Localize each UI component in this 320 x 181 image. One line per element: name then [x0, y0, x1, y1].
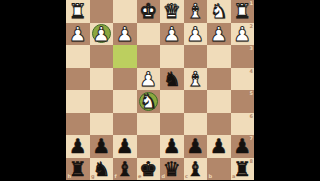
square-e3[interactable]	[137, 45, 161, 68]
piece-white-pawn[interactable]: ♟	[186, 24, 204, 44]
square-f6[interactable]	[113, 113, 137, 136]
square-a4[interactable]: 4	[231, 68, 255, 91]
piece-black-pawn[interactable]: ♟	[186, 136, 204, 156]
square-g2[interactable]: ♟	[90, 23, 114, 46]
piece-black-pawn[interactable]: ♟	[69, 136, 87, 156]
square-e7[interactable]	[137, 135, 161, 158]
square-c5[interactable]	[184, 90, 208, 113]
square-e4[interactable]: ♟	[137, 68, 161, 91]
square-d4[interactable]: ♞	[160, 68, 184, 91]
square-c7[interactable]: ♟	[184, 135, 208, 158]
square-e8[interactable]: ♚e	[137, 158, 161, 181]
square-a5[interactable]: 5	[231, 90, 255, 113]
piece-white-knight[interactable]: ♞	[210, 1, 228, 21]
piece-white-pawn[interactable]: ♟	[92, 24, 110, 44]
rank-label-8: 8	[250, 159, 253, 164]
piece-white-queen[interactable]: ♛	[163, 1, 181, 21]
square-b3[interactable]	[207, 45, 231, 68]
square-f3[interactable]	[113, 45, 137, 68]
square-f5[interactable]	[113, 90, 137, 113]
square-b8[interactable]: b	[207, 158, 231, 181]
rank-label-2: 2	[250, 24, 253, 29]
piece-white-pawn[interactable]: ♟	[233, 24, 251, 44]
file-label-c: c	[185, 174, 188, 179]
letterbox-left	[0, 0, 66, 180]
piece-black-queen[interactable]: ♛	[163, 159, 181, 179]
square-f7[interactable]: ♟	[113, 135, 137, 158]
square-h8[interactable]: ♜h	[66, 158, 90, 181]
square-d3[interactable]	[160, 45, 184, 68]
square-g8[interactable]: ♞g	[90, 158, 114, 181]
square-d8[interactable]: ♛d	[160, 158, 184, 181]
square-f2[interactable]: ♟	[113, 23, 137, 46]
square-c3[interactable]	[184, 45, 208, 68]
piece-white-pawn[interactable]: ♟	[69, 24, 87, 44]
rank-label-7: 7	[250, 136, 253, 141]
square-h7[interactable]: ♟	[66, 135, 90, 158]
piece-black-bishop[interactable]: ♝	[116, 159, 134, 179]
rank-label-5: 5	[250, 91, 253, 96]
piece-black-king[interactable]: ♚	[139, 159, 157, 179]
square-d6[interactable]	[160, 113, 184, 136]
square-b6[interactable]	[207, 113, 231, 136]
square-b2[interactable]: ♟	[207, 23, 231, 46]
file-label-e: e	[138, 174, 141, 179]
piece-white-pawn[interactable]: ♟	[163, 24, 181, 44]
square-a3[interactable]: 3	[231, 45, 255, 68]
square-b4[interactable]	[207, 68, 231, 91]
file-label-d: d	[162, 174, 166, 179]
rank-label-6: 6	[250, 114, 253, 119]
piece-white-bishop[interactable]: ♝	[186, 1, 204, 21]
file-label-g: g	[91, 174, 95, 179]
piece-white-king[interactable]: ♚	[139, 1, 157, 21]
square-e1[interactable]: ♚	[137, 0, 161, 23]
square-c4[interactable]: ♝	[184, 68, 208, 91]
square-e6[interactable]	[137, 113, 161, 136]
piece-black-pawn[interactable]: ♟	[210, 136, 228, 156]
square-e2[interactable]	[137, 23, 161, 46]
piece-white-knight[interactable]: ♞	[139, 91, 157, 111]
square-h3[interactable]	[66, 45, 90, 68]
file-label-h: h	[68, 174, 72, 179]
piece-black-pawn[interactable]: ♟	[233, 136, 251, 156]
square-g6[interactable]	[90, 113, 114, 136]
square-b7[interactable]: ♟	[207, 135, 231, 158]
square-b1[interactable]: ♞	[207, 0, 231, 23]
piece-black-pawn[interactable]: ♟	[163, 136, 181, 156]
square-d2[interactable]: ♟	[160, 23, 184, 46]
file-label-f: f	[115, 174, 117, 179]
square-e5[interactable]: ♞	[137, 90, 161, 113]
square-h5[interactable]	[66, 90, 90, 113]
square-c8[interactable]: ♝c	[184, 158, 208, 181]
square-c6[interactable]	[184, 113, 208, 136]
square-c1[interactable]: ♝	[184, 0, 208, 23]
chess-board: ♜♚♛♝♞♜1♟♟♟♟♟♟♟23♟♞♝4♞56♟♟♟♟♟♟♟7♜h♞g♝f♚e♛…	[66, 0, 254, 180]
piece-black-pawn[interactable]: ♟	[116, 136, 134, 156]
piece-black-pawn[interactable]: ♟	[92, 136, 110, 156]
square-h6[interactable]	[66, 113, 90, 136]
piece-white-pawn[interactable]: ♟	[116, 24, 134, 44]
piece-white-rook[interactable]: ♜	[233, 1, 251, 21]
square-d7[interactable]: ♟	[160, 135, 184, 158]
square-c2[interactable]: ♟	[184, 23, 208, 46]
rank-label-1: 1	[250, 1, 253, 6]
piece-white-bishop[interactable]: ♝	[186, 69, 204, 89]
square-f8[interactable]: ♝f	[113, 158, 137, 181]
square-g5[interactable]	[90, 90, 114, 113]
file-label-a: a	[232, 174, 235, 179]
square-b5[interactable]	[207, 90, 231, 113]
rank-label-4: 4	[250, 69, 253, 74]
square-f1[interactable]	[113, 0, 137, 23]
square-a2[interactable]: ♟2	[231, 23, 255, 46]
piece-black-rook[interactable]: ♜	[233, 159, 251, 179]
square-a1[interactable]: ♜1	[231, 0, 255, 23]
square-g3[interactable]	[90, 45, 114, 68]
piece-black-bishop[interactable]: ♝	[186, 159, 204, 179]
square-h1[interactable]: ♜	[66, 0, 90, 23]
piece-black-rook[interactable]: ♜	[69, 159, 87, 179]
letterbox-right	[254, 0, 320, 180]
square-h4[interactable]	[66, 68, 90, 91]
square-d1[interactable]: ♛	[160, 0, 184, 23]
square-f4[interactable]	[113, 68, 137, 91]
square-h2[interactable]: ♟	[66, 23, 90, 46]
video-frame: ♜♚♛♝♞♜1♟♟♟♟♟♟♟23♟♞♝4♞56♟♟♟♟♟♟♟7♜h♞g♝f♚e♛…	[0, 0, 320, 180]
piece-white-pawn[interactable]: ♟	[210, 24, 228, 44]
square-a7[interactable]: ♟7	[231, 135, 255, 158]
file-label-b: b	[209, 174, 213, 179]
square-a6[interactable]: 6	[231, 113, 255, 136]
rank-label-3: 3	[250, 46, 253, 51]
square-a8[interactable]: ♜8a	[231, 158, 255, 181]
piece-black-knight[interactable]: ♞	[163, 69, 181, 89]
square-g1[interactable]	[90, 0, 114, 23]
square-g7[interactable]: ♟	[90, 135, 114, 158]
piece-white-rook[interactable]: ♜	[69, 1, 87, 21]
square-g4[interactable]	[90, 68, 114, 91]
piece-white-pawn[interactable]: ♟	[139, 69, 157, 89]
square-d5[interactable]	[160, 90, 184, 113]
